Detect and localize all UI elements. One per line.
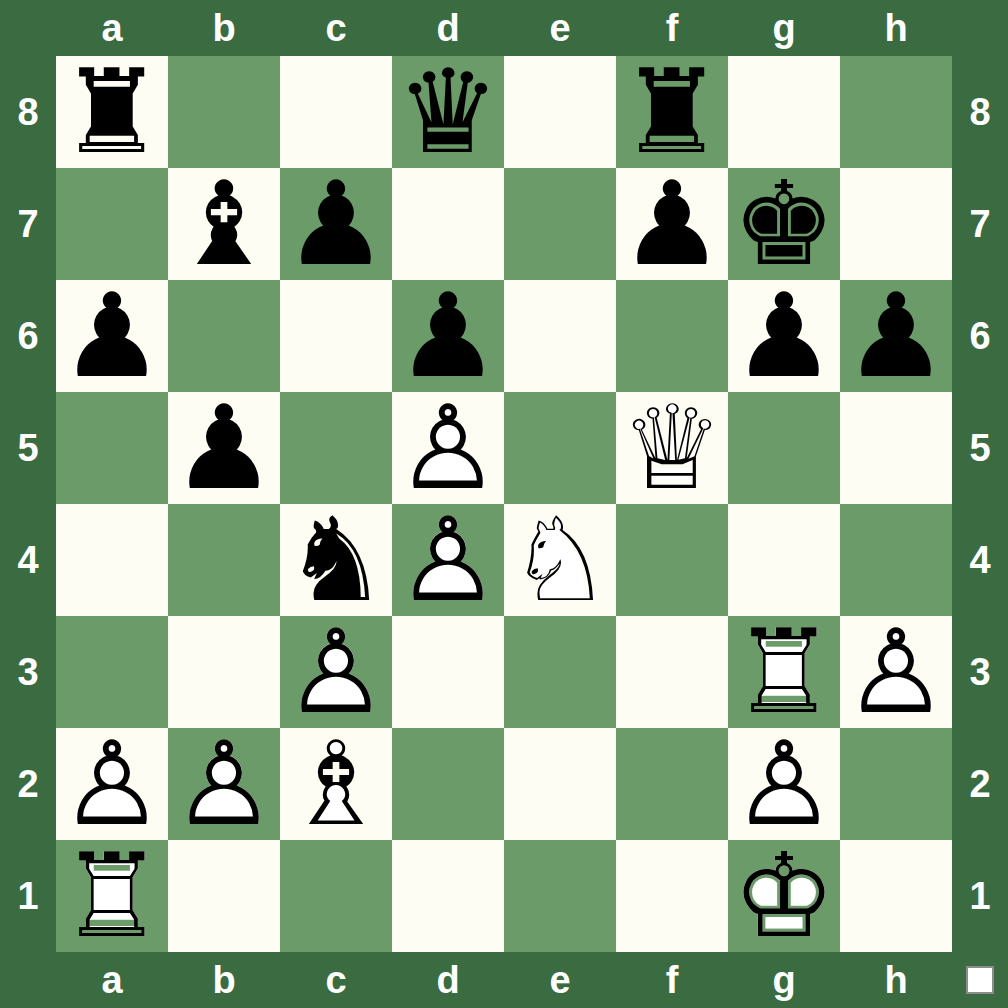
piece-white-rook: ♜♖ bbox=[56, 840, 168, 952]
square-g2[interactable]: ♟♙ bbox=[728, 728, 840, 840]
file-label-h-bottom: h bbox=[840, 952, 952, 1008]
square-a7[interactable] bbox=[56, 168, 168, 280]
rank-label-6-left: 6 bbox=[0, 280, 56, 392]
piece-black-rook: ♜ bbox=[56, 56, 168, 168]
rank-label-2-right: 2 bbox=[952, 728, 1008, 840]
rank-label-5-right: 5 bbox=[952, 392, 1008, 504]
square-e3[interactable] bbox=[504, 616, 616, 728]
rank-label-4-right: 4 bbox=[952, 504, 1008, 616]
square-f3[interactable] bbox=[616, 616, 728, 728]
square-b3[interactable] bbox=[168, 616, 280, 728]
square-b1[interactable] bbox=[168, 840, 280, 952]
square-e4[interactable]: ♞♘ bbox=[504, 504, 616, 616]
board-corner-top-left bbox=[0, 0, 56, 56]
piece-black-king: ♚ bbox=[728, 168, 840, 280]
rank-label-1-left: 1 bbox=[0, 840, 56, 952]
file-label-g-bottom: g bbox=[728, 952, 840, 1008]
rank-label-1-right: 1 bbox=[952, 840, 1008, 952]
piece-black-pawn: ♟ bbox=[392, 280, 504, 392]
piece-black-pawn: ♟ bbox=[728, 280, 840, 392]
square-b7[interactable]: ♝ bbox=[168, 168, 280, 280]
file-label-e-top: e bbox=[504, 0, 616, 56]
file-label-c-bottom: c bbox=[280, 952, 392, 1008]
piece-white-rook: ♜♖ bbox=[728, 616, 840, 728]
square-b4[interactable] bbox=[168, 504, 280, 616]
square-c7[interactable]: ♟ bbox=[280, 168, 392, 280]
rank-label-3-right: 3 bbox=[952, 616, 1008, 728]
square-h7[interactable] bbox=[840, 168, 952, 280]
file-label-c-top: c bbox=[280, 0, 392, 56]
square-c3[interactable]: ♟♙ bbox=[280, 616, 392, 728]
square-d6[interactable]: ♟ bbox=[392, 280, 504, 392]
square-a2[interactable]: ♟♙ bbox=[56, 728, 168, 840]
square-e7[interactable] bbox=[504, 168, 616, 280]
rank-label-8-left: 8 bbox=[0, 56, 56, 168]
rank-label-4-left: 4 bbox=[0, 504, 56, 616]
square-f6[interactable] bbox=[616, 280, 728, 392]
square-d8[interactable]: ♛ bbox=[392, 56, 504, 168]
square-f7[interactable]: ♟ bbox=[616, 168, 728, 280]
square-d7[interactable] bbox=[392, 168, 504, 280]
square-g7[interactable]: ♚ bbox=[728, 168, 840, 280]
square-e5[interactable] bbox=[504, 392, 616, 504]
square-h2[interactable] bbox=[840, 728, 952, 840]
square-e8[interactable] bbox=[504, 56, 616, 168]
square-a8[interactable]: ♜ bbox=[56, 56, 168, 168]
rank-label-7-left: 7 bbox=[0, 168, 56, 280]
piece-black-pawn: ♟ bbox=[280, 168, 392, 280]
square-f1[interactable] bbox=[616, 840, 728, 952]
square-d3[interactable] bbox=[392, 616, 504, 728]
square-c1[interactable] bbox=[280, 840, 392, 952]
rank-label-6-right: 6 bbox=[952, 280, 1008, 392]
square-b8[interactable] bbox=[168, 56, 280, 168]
square-d4[interactable]: ♟♙ bbox=[392, 504, 504, 616]
piece-white-pawn: ♟♙ bbox=[168, 728, 280, 840]
square-f8[interactable]: ♜ bbox=[616, 56, 728, 168]
piece-black-pawn: ♟ bbox=[616, 168, 728, 280]
square-c4[interactable]: ♞ bbox=[280, 504, 392, 616]
piece-black-queen: ♛ bbox=[392, 56, 504, 168]
square-g1[interactable]: ♚♔ bbox=[728, 840, 840, 952]
piece-black-bishop: ♝ bbox=[168, 168, 280, 280]
file-label-g-top: g bbox=[728, 0, 840, 56]
square-a5[interactable] bbox=[56, 392, 168, 504]
white-to-move-indicator bbox=[966, 966, 994, 994]
file-label-b-bottom: b bbox=[168, 952, 280, 1008]
square-g4[interactable] bbox=[728, 504, 840, 616]
square-d5[interactable]: ♟♙ bbox=[392, 392, 504, 504]
file-label-f-top: f bbox=[616, 0, 728, 56]
square-h4[interactable] bbox=[840, 504, 952, 616]
square-g5[interactable] bbox=[728, 392, 840, 504]
piece-white-king: ♚♔ bbox=[728, 840, 840, 952]
file-label-d-top: d bbox=[392, 0, 504, 56]
chess-board-frame: abcdefgh8♜♛♜87♝♟♟♚76♟♟♟♟65♟♟♙♛♕54♞♟♙♞♘43… bbox=[0, 0, 1008, 1008]
square-a1[interactable]: ♜♖ bbox=[56, 840, 168, 952]
piece-white-pawn: ♟♙ bbox=[840, 616, 952, 728]
square-b5[interactable]: ♟ bbox=[168, 392, 280, 504]
square-c6[interactable] bbox=[280, 280, 392, 392]
square-h1[interactable] bbox=[840, 840, 952, 952]
rank-label-7-right: 7 bbox=[952, 168, 1008, 280]
board-corner-top-right bbox=[952, 0, 1008, 56]
file-label-e-bottom: e bbox=[504, 952, 616, 1008]
piece-black-pawn: ♟ bbox=[840, 280, 952, 392]
file-label-d-bottom: d bbox=[392, 952, 504, 1008]
square-a3[interactable] bbox=[56, 616, 168, 728]
file-label-a-top: a bbox=[56, 0, 168, 56]
file-label-h-top: h bbox=[840, 0, 952, 56]
piece-white-pawn: ♟♙ bbox=[56, 728, 168, 840]
piece-black-knight: ♞ bbox=[280, 504, 392, 616]
square-b2[interactable]: ♟♙ bbox=[168, 728, 280, 840]
square-g6[interactable]: ♟ bbox=[728, 280, 840, 392]
piece-white-pawn: ♟♙ bbox=[392, 504, 504, 616]
file-label-f-bottom: f bbox=[616, 952, 728, 1008]
piece-black-rook: ♜ bbox=[616, 56, 728, 168]
square-a4[interactable] bbox=[56, 504, 168, 616]
piece-black-pawn: ♟ bbox=[56, 280, 168, 392]
square-d2[interactable] bbox=[392, 728, 504, 840]
file-label-b-top: b bbox=[168, 0, 280, 56]
piece-white-pawn: ♟♙ bbox=[392, 392, 504, 504]
square-h5[interactable] bbox=[840, 392, 952, 504]
square-g8[interactable] bbox=[728, 56, 840, 168]
square-c2[interactable]: ♝♗ bbox=[280, 728, 392, 840]
square-e1[interactable] bbox=[504, 840, 616, 952]
piece-black-pawn: ♟ bbox=[168, 392, 280, 504]
square-f2[interactable] bbox=[616, 728, 728, 840]
rank-label-3-left: 3 bbox=[0, 616, 56, 728]
piece-white-bishop: ♝♗ bbox=[280, 728, 392, 840]
piece-white-knight: ♞♘ bbox=[504, 504, 616, 616]
square-e2[interactable] bbox=[504, 728, 616, 840]
piece-white-pawn: ♟♙ bbox=[280, 616, 392, 728]
square-g3[interactable]: ♜♖ bbox=[728, 616, 840, 728]
piece-white-pawn: ♟♙ bbox=[728, 728, 840, 840]
board-corner-bottom-left bbox=[0, 952, 56, 1008]
square-b6[interactable] bbox=[168, 280, 280, 392]
square-f4[interactable] bbox=[616, 504, 728, 616]
square-e6[interactable] bbox=[504, 280, 616, 392]
square-c5[interactable] bbox=[280, 392, 392, 504]
rank-label-8-right: 8 bbox=[952, 56, 1008, 168]
file-label-a-bottom: a bbox=[56, 952, 168, 1008]
rank-label-2-left: 2 bbox=[0, 728, 56, 840]
square-h6[interactable]: ♟ bbox=[840, 280, 952, 392]
square-f5[interactable]: ♛♕ bbox=[616, 392, 728, 504]
square-h8[interactable] bbox=[840, 56, 952, 168]
square-h3[interactable]: ♟♙ bbox=[840, 616, 952, 728]
square-c8[interactable] bbox=[280, 56, 392, 168]
rank-label-5-left: 5 bbox=[0, 392, 56, 504]
square-d1[interactable] bbox=[392, 840, 504, 952]
board-corner-bottom-right bbox=[952, 952, 1008, 1008]
piece-white-queen: ♛♕ bbox=[616, 392, 728, 504]
square-a6[interactable]: ♟ bbox=[56, 280, 168, 392]
